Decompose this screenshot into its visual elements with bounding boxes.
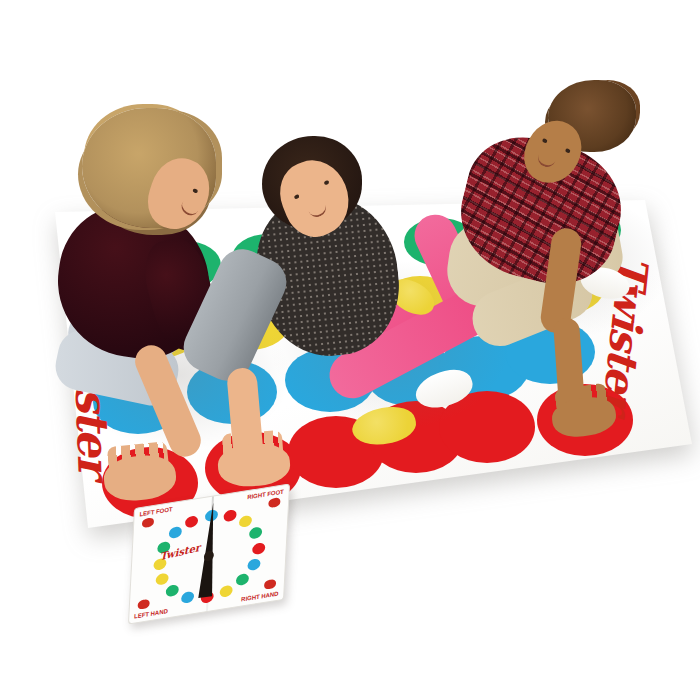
spinner-dot-green-11 xyxy=(166,584,179,597)
foot-icon xyxy=(142,517,154,528)
spinner-label-right-hand: RIGHT HAND xyxy=(241,591,279,603)
foot-icon xyxy=(268,497,280,508)
hand-icon xyxy=(264,579,276,590)
hand-icon xyxy=(138,599,150,610)
boy-left-eye xyxy=(192,188,198,193)
boy-left-smile xyxy=(178,200,199,219)
spinner-dot-yellow-12 xyxy=(156,572,169,585)
spinner-dot-green-7 xyxy=(236,573,249,586)
girl-right-eye-left xyxy=(542,138,548,144)
girl-center-eye-right xyxy=(323,180,329,186)
twister-photo-scene: Twister Twister xyxy=(0,0,700,700)
girl-center-eye-left xyxy=(294,194,300,200)
spinner-dot-red-2 xyxy=(223,509,236,522)
girl-right-eye-right xyxy=(565,148,571,154)
girl-right-smile xyxy=(535,153,556,169)
spinner-dot-yellow-3 xyxy=(239,515,252,528)
spinner-label-left-hand: LEFT HAND xyxy=(134,608,168,619)
spinner-dot-yellow-8 xyxy=(219,584,232,597)
spinner-dot-blue-15 xyxy=(169,526,182,539)
spinner-dot-red-16 xyxy=(185,515,198,528)
spinner-label-left-foot: LEFT FOOT xyxy=(139,506,172,517)
spinner-dot-blue-10 xyxy=(181,590,194,603)
girl-center-smile xyxy=(308,203,329,220)
spinner-dot-red-5 xyxy=(252,542,265,555)
spinner-dot-green-4 xyxy=(249,527,262,540)
spinner-dot-blue-6 xyxy=(247,558,260,571)
